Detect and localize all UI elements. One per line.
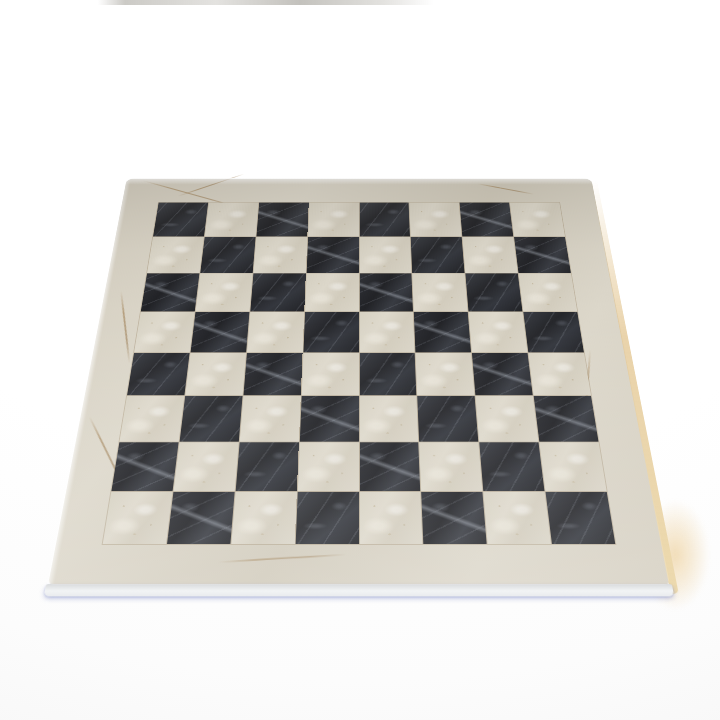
square-r2-c1 [147,237,204,273]
square-r2-c8 [514,237,571,273]
square-r4-c3 [247,312,304,352]
square-r8-c7 [484,492,552,544]
square-r4-c4 [303,312,358,352]
square-r1-c6 [410,203,462,237]
square-r7-c4 [297,443,358,492]
square-r1-c5 [359,203,410,237]
square-r3-c1 [141,273,199,311]
square-r8-c5 [359,492,422,544]
square-r1-c4 [308,203,359,237]
square-r5-c7 [472,353,533,396]
playing-field [103,203,616,545]
square-r1-c1 [153,203,208,237]
square-r8-c8 [546,492,616,544]
square-r6-c8 [534,396,599,442]
square-r2-c2 [200,237,255,273]
square-r7-c2 [173,443,238,492]
square-r3-c8 [519,273,577,311]
square-r4-c2 [190,312,249,352]
square-r4-c5 [359,312,414,352]
square-r6-c6 [418,396,479,442]
square-r1-c7 [460,203,514,237]
square-r8-c3 [231,492,296,544]
square-r6-c3 [239,396,300,442]
square-r2-c5 [359,237,411,273]
square-r3-c3 [250,273,305,311]
board-bottom-bevel [44,584,674,596]
square-r5-c5 [359,353,416,396]
square-r8-c2 [167,492,235,544]
square-r4-c7 [469,312,528,352]
square-r7-c8 [540,443,607,492]
square-r8-c4 [295,492,358,544]
square-r3-c2 [195,273,252,311]
square-r4-c8 [523,312,583,352]
chessboard-scene [48,0,670,585]
square-r7-c1 [111,443,178,492]
square-r6-c7 [476,396,539,442]
square-r2-c7 [463,237,518,273]
square-r8-c6 [422,492,487,544]
marble-crack [177,174,244,197]
square-r5-c6 [416,353,475,396]
square-r5-c8 [528,353,591,396]
square-r2-c3 [253,237,307,273]
square-r4-c6 [414,312,471,352]
square-r5-c2 [185,353,246,396]
square-r5-c4 [301,353,358,396]
chessboard [48,179,670,585]
photo-background [0,0,720,720]
square-r4-c1 [134,312,194,352]
square-r3-c6 [412,273,467,311]
square-r6-c5 [359,396,418,442]
square-r2-c6 [411,237,465,273]
marble-crack [478,183,535,194]
square-r5-c1 [127,353,190,396]
marble-crack [121,291,131,364]
square-r3-c5 [359,273,413,311]
square-r7-c3 [235,443,298,492]
square-r1-c3 [256,203,308,237]
marble-crack [218,554,346,563]
square-r6-c2 [179,396,242,442]
square-r3-c7 [466,273,523,311]
square-r1-c2 [205,203,259,237]
board-top-bevel-highlight [126,178,593,184]
square-r7-c7 [480,443,545,492]
square-r6-c1 [119,396,184,442]
square-r5-c3 [243,353,302,396]
square-r7-c6 [419,443,482,492]
square-r2-c4 [306,237,358,273]
square-r8-c1 [103,492,173,544]
square-r6-c4 [299,396,358,442]
square-r3-c4 [305,273,359,311]
square-r1-c8 [510,203,565,237]
square-r7-c5 [359,443,420,492]
